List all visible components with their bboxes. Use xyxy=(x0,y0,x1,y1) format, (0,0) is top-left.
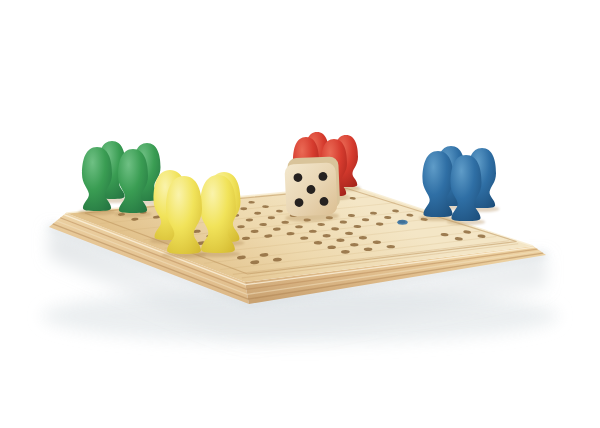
die[interactable] xyxy=(283,156,341,222)
board-photo-stage xyxy=(0,0,600,428)
start-hole-blue xyxy=(397,220,407,225)
ludo-board-scene xyxy=(0,0,600,428)
